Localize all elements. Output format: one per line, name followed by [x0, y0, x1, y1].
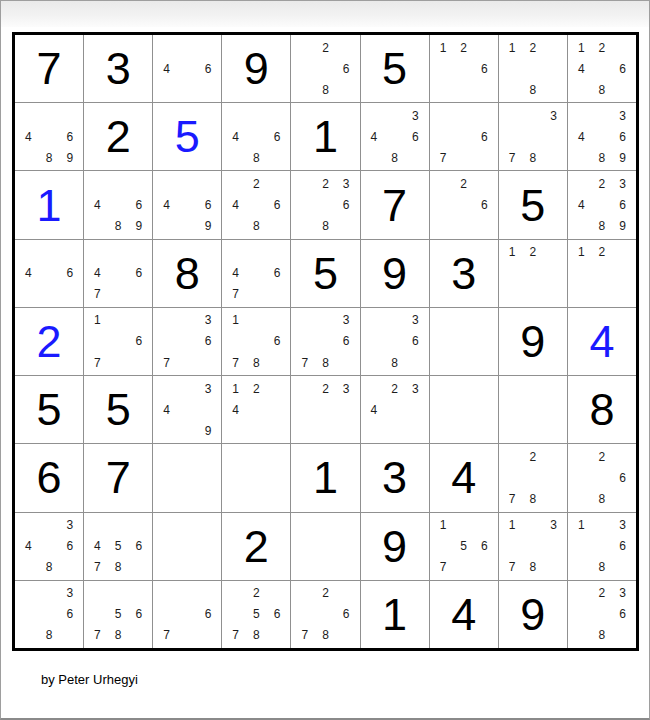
candidate-3: 3 — [59, 583, 80, 604]
candidate-4: 4 — [571, 195, 592, 216]
candidate-grid: 12 — [499, 240, 567, 307]
cell-r1c3[interactable]: 46 — [153, 35, 221, 102]
candidate-7: 7 — [433, 557, 454, 578]
cell-r2c3[interactable]: 5 — [153, 103, 221, 170]
candidate-3: 3 — [543, 105, 564, 126]
candidate-2: 2 — [315, 583, 336, 604]
given-digit: 5 — [313, 251, 338, 296]
candidate-grid: 278 — [499, 444, 567, 511]
placed-digit: 2 — [37, 319, 62, 364]
candidate-1: 1 — [502, 242, 523, 263]
candidate-6: 6 — [59, 263, 80, 284]
candidate-7: 7 — [502, 147, 523, 168]
author-credit: by Peter Urhegyi — [41, 672, 138, 687]
candidate-grid: 378 — [499, 103, 567, 170]
cell-r1c4[interactable]: 9 — [222, 35, 290, 102]
candidate-grid: 128 — [499, 35, 567, 102]
cell-r8c1[interactable]: 3468 — [15, 513, 83, 580]
cell-r2c7[interactable]: 67 — [430, 103, 498, 170]
candidate-grid: 368 — [361, 308, 429, 375]
candidate-grid: 234 — [361, 376, 429, 443]
cell-r7c4[interactable] — [222, 444, 290, 511]
cell-r1c8[interactable]: 128 — [499, 35, 567, 102]
candidate-grid: 67 — [153, 581, 221, 648]
candidate-3: 3 — [405, 310, 426, 331]
candidate-4: 4 — [225, 263, 246, 284]
candidate-8: 8 — [108, 557, 129, 578]
given-digit: 1 — [382, 592, 407, 637]
candidate-6: 6 — [612, 467, 633, 488]
candidate-grid: 368 — [15, 581, 83, 648]
candidate-grid: 467 — [222, 240, 290, 307]
candidate-1: 1 — [571, 37, 592, 58]
candidate-3: 3 — [612, 515, 633, 536]
candidate-6: 6 — [198, 604, 219, 625]
cell-r6c2[interactable]: 5 — [84, 376, 152, 443]
candidate-1: 1 — [433, 37, 454, 58]
candidate-8: 8 — [246, 625, 267, 646]
cell-r9c2[interactable]: 5678 — [84, 581, 152, 648]
window-top-bar — [1, 1, 649, 27]
given-digit: 9 — [520, 319, 545, 364]
candidate-1: 1 — [571, 242, 592, 263]
candidate-2: 2 — [592, 583, 613, 604]
cell-r5c3[interactable]: 367 — [153, 308, 221, 375]
cell-r4c4[interactable]: 467 — [222, 240, 290, 307]
candidate-grid: 3468 — [15, 513, 83, 580]
candidate-grid: 468 — [222, 103, 290, 170]
cell-r6c5[interactable]: 23 — [291, 376, 359, 443]
candidate-grid: 268 — [291, 35, 359, 102]
candidate-2: 2 — [592, 446, 613, 467]
given-digit: 6 — [37, 455, 62, 500]
cell-r7c8[interactable]: 278 — [499, 444, 567, 511]
candidate-4: 4 — [156, 195, 177, 216]
cell-r9c8[interactable]: 9 — [499, 581, 567, 648]
candidate-8: 8 — [246, 216, 267, 237]
candidate-grid: 67 — [430, 103, 498, 170]
cell-r7c5[interactable]: 1 — [291, 444, 359, 511]
cell-r6c9[interactable]: 8 — [568, 376, 636, 443]
cell-r7c1[interactable]: 6 — [15, 444, 83, 511]
given-digit: 9 — [520, 592, 545, 637]
cell-r9c4[interactable]: 25678 — [222, 581, 290, 648]
cell-r2c5[interactable]: 1 — [291, 103, 359, 170]
candidate-grid: 34689 — [568, 103, 636, 170]
cell-r1c6[interactable]: 5 — [361, 35, 429, 102]
candidate-6: 6 — [336, 331, 357, 352]
cell-r2c8[interactable]: 378 — [499, 103, 567, 170]
candidate-8: 8 — [522, 79, 543, 100]
candidate-3: 3 — [405, 378, 426, 399]
candidate-7: 7 — [433, 147, 454, 168]
candidate-3: 3 — [405, 105, 426, 126]
candidate-9: 9 — [129, 216, 150, 237]
given-digit: 1 — [313, 114, 338, 159]
cell-r1c2[interactable]: 3 — [84, 35, 152, 102]
candidate-4: 4 — [87, 263, 108, 284]
candidate-7: 7 — [225, 625, 246, 646]
candidate-6: 6 — [198, 331, 219, 352]
candidate-1: 1 — [433, 515, 454, 536]
candidate-grid: 367 — [153, 308, 221, 375]
candidate-3: 3 — [198, 310, 219, 331]
candidate-grid — [430, 376, 498, 443]
cell-r8c2[interactable]: 45678 — [84, 513, 152, 580]
candidate-3: 3 — [336, 173, 357, 194]
given-digit: 5 — [37, 387, 62, 432]
candidate-5: 5 — [108, 604, 129, 625]
given-digit: 9 — [382, 524, 407, 569]
sudoku-board: 7346926851261281246846892546813468673783… — [12, 32, 639, 651]
candidate-7: 7 — [502, 488, 523, 509]
candidate-grid: 25678 — [222, 581, 290, 648]
given-digit: 5 — [520, 183, 545, 228]
candidate-6: 6 — [129, 536, 150, 557]
candidate-1: 1 — [87, 310, 108, 331]
candidate-grid: 2368 — [568, 581, 636, 648]
candidate-3: 3 — [336, 310, 357, 331]
candidate-6: 6 — [336, 58, 357, 79]
cell-r6c4[interactable]: 124 — [222, 376, 290, 443]
candidate-8: 8 — [315, 216, 336, 237]
cell-r3c9[interactable]: 234689 — [568, 171, 636, 238]
candidate-3: 3 — [612, 583, 633, 604]
candidate-6: 6 — [405, 126, 426, 147]
cell-r8c6[interactable]: 9 — [361, 513, 429, 580]
candidate-8: 8 — [39, 625, 60, 646]
candidate-6: 6 — [405, 331, 426, 352]
candidate-grid: 268 — [568, 444, 636, 511]
given-digit: 3 — [451, 251, 476, 296]
cell-r8c4[interactable]: 2 — [222, 513, 290, 580]
candidate-8: 8 — [315, 352, 336, 373]
cell-r4c3[interactable]: 8 — [153, 240, 221, 307]
given-digit: 7 — [106, 455, 131, 500]
candidate-6: 6 — [129, 263, 150, 284]
cell-r3c5[interactable]: 2368 — [291, 171, 359, 238]
candidate-8: 8 — [384, 147, 405, 168]
cell-r9c6[interactable]: 1 — [361, 581, 429, 648]
cell-r3c4[interactable]: 2468 — [222, 171, 290, 238]
app-window: 7346926851261281246846892546813468673783… — [0, 0, 650, 720]
candidate-8: 8 — [39, 147, 60, 168]
candidate-6: 6 — [198, 195, 219, 216]
candidate-1: 1 — [225, 310, 246, 331]
candidate-grid: 167 — [84, 308, 152, 375]
candidate-4: 4 — [18, 126, 39, 147]
candidate-grid: 1567 — [430, 513, 498, 580]
candidate-3: 3 — [612, 105, 633, 126]
cell-r1c9[interactable]: 12468 — [568, 35, 636, 102]
candidate-6: 6 — [612, 195, 633, 216]
candidate-4: 4 — [225, 195, 246, 216]
given-digit: 4 — [451, 455, 476, 500]
candidate-5: 5 — [108, 536, 129, 557]
candidate-1: 1 — [502, 515, 523, 536]
candidate-3: 3 — [198, 378, 219, 399]
given-digit: 9 — [244, 46, 269, 91]
candidate-2: 2 — [453, 173, 474, 194]
candidate-6: 6 — [474, 195, 495, 216]
candidate-9: 9 — [612, 147, 633, 168]
cell-r8c5[interactable] — [291, 513, 359, 580]
candidate-2: 2 — [315, 37, 336, 58]
cell-r7c7[interactable]: 4 — [430, 444, 498, 511]
given-digit: 8 — [175, 251, 200, 296]
candidate-grid: 2368 — [291, 171, 359, 238]
candidate-9: 9 — [612, 216, 633, 237]
candidate-6: 6 — [59, 126, 80, 147]
candidate-grid: 1678 — [222, 308, 290, 375]
candidate-grid: 124 — [222, 376, 290, 443]
candidate-grid — [153, 444, 221, 511]
given-digit: 1 — [313, 455, 338, 500]
cell-r6c1[interactable]: 5 — [15, 376, 83, 443]
candidate-grid: 12 — [568, 240, 636, 307]
candidate-grid — [499, 376, 567, 443]
candidate-grid: 234689 — [568, 171, 636, 238]
candidate-grid: 3678 — [291, 308, 359, 375]
cell-r7c2[interactable]: 7 — [84, 444, 152, 511]
cell-r9c9[interactable]: 2368 — [568, 581, 636, 648]
candidate-8: 8 — [592, 625, 613, 646]
cell-r5c6[interactable]: 368 — [361, 308, 429, 375]
cell-r6c3[interactable]: 349 — [153, 376, 221, 443]
cell-r4c9[interactable]: 12 — [568, 240, 636, 307]
candidate-9: 9 — [198, 216, 219, 237]
candidate-4: 4 — [364, 126, 385, 147]
cell-r2c4[interactable]: 468 — [222, 103, 290, 170]
candidate-grid: 4689 — [15, 103, 83, 170]
candidate-6: 6 — [474, 58, 495, 79]
cell-r8c7[interactable]: 1567 — [430, 513, 498, 580]
given-digit: 5 — [382, 46, 407, 91]
candidate-9: 9 — [59, 147, 80, 168]
candidate-grid: 5678 — [84, 581, 152, 648]
candidate-6: 6 — [474, 536, 495, 557]
candidate-6: 6 — [267, 331, 288, 352]
candidate-4: 4 — [571, 126, 592, 147]
candidate-grid: 46 — [15, 240, 83, 307]
cell-r5c5[interactable]: 3678 — [291, 308, 359, 375]
cell-r3c1[interactable]: 1 — [15, 171, 83, 238]
candidate-2: 2 — [522, 37, 543, 58]
candidate-7: 7 — [156, 625, 177, 646]
given-digit: 3 — [106, 46, 131, 91]
cell-r7c6[interactable]: 3 — [361, 444, 429, 511]
candidate-grid: 46 — [153, 35, 221, 102]
candidate-4: 4 — [571, 58, 592, 79]
candidate-4: 4 — [87, 195, 108, 216]
candidate-7: 7 — [156, 352, 177, 373]
given-digit: 3 — [382, 455, 407, 500]
cell-r3c6[interactable]: 7 — [361, 171, 429, 238]
given-digit: 8 — [589, 387, 614, 432]
candidate-grid: 126 — [430, 35, 498, 102]
candidate-6: 6 — [59, 604, 80, 625]
cell-r2c1[interactable]: 4689 — [15, 103, 83, 170]
candidate-grid: 3468 — [361, 103, 429, 170]
cell-r7c3[interactable] — [153, 444, 221, 511]
candidate-2: 2 — [453, 37, 474, 58]
candidate-8: 8 — [592, 488, 613, 509]
candidate-grid: 45678 — [84, 513, 152, 580]
cell-r1c7[interactable]: 126 — [430, 35, 498, 102]
candidate-6: 6 — [198, 58, 219, 79]
cell-r9c1[interactable]: 368 — [15, 581, 83, 648]
candidate-grid — [291, 513, 359, 580]
cell-r5c2[interactable]: 167 — [84, 308, 152, 375]
candidate-4: 4 — [18, 263, 39, 284]
cell-r6c8[interactable] — [499, 376, 567, 443]
cell-r7c9[interactable]: 268 — [568, 444, 636, 511]
cell-r3c3[interactable]: 469 — [153, 171, 221, 238]
cell-r4c6[interactable]: 9 — [361, 240, 429, 307]
candidate-4: 4 — [225, 126, 246, 147]
candidate-3: 3 — [612, 173, 633, 194]
candidate-8: 8 — [522, 488, 543, 509]
candidate-6: 6 — [267, 126, 288, 147]
candidate-8: 8 — [39, 557, 60, 578]
cell-r4c7[interactable]: 3 — [430, 240, 498, 307]
candidate-7: 7 — [502, 557, 523, 578]
candidate-3: 3 — [543, 515, 564, 536]
candidate-5: 5 — [246, 604, 267, 625]
candidate-8: 8 — [522, 147, 543, 168]
cell-r8c8[interactable]: 1378 — [499, 513, 567, 580]
candidate-6: 6 — [129, 331, 150, 352]
given-digit: 7 — [37, 46, 62, 91]
given-digit: 5 — [106, 387, 131, 432]
candidate-3: 3 — [59, 515, 80, 536]
candidate-6: 6 — [336, 604, 357, 625]
candidate-7: 7 — [294, 625, 315, 646]
candidate-8: 8 — [592, 79, 613, 100]
candidate-4: 4 — [225, 399, 246, 420]
candidate-6: 6 — [129, 195, 150, 216]
candidate-grid — [430, 308, 498, 375]
cell-r2c9[interactable]: 34689 — [568, 103, 636, 170]
cell-r5c1[interactable]: 2 — [15, 308, 83, 375]
candidate-2: 2 — [522, 242, 543, 263]
candidate-grid: 23 — [291, 376, 359, 443]
cell-r4c1[interactable]: 46 — [15, 240, 83, 307]
cell-r4c5[interactable]: 5 — [291, 240, 359, 307]
cell-r3c8[interactable]: 5 — [499, 171, 567, 238]
candidate-grid: 469 — [153, 171, 221, 238]
candidate-grid — [153, 513, 221, 580]
cell-r9c3[interactable]: 67 — [153, 581, 221, 648]
candidate-7: 7 — [87, 352, 108, 373]
candidate-8: 8 — [246, 147, 267, 168]
candidate-6: 6 — [267, 195, 288, 216]
candidate-2: 2 — [315, 173, 336, 194]
cell-r3c7[interactable]: 26 — [430, 171, 498, 238]
cell-r1c5[interactable]: 268 — [291, 35, 359, 102]
candidate-4: 4 — [87, 536, 108, 557]
candidate-8: 8 — [592, 557, 613, 578]
candidate-7: 7 — [87, 557, 108, 578]
candidate-8: 8 — [315, 625, 336, 646]
placed-digit: 1 — [37, 183, 62, 228]
given-digit: 2 — [106, 114, 131, 159]
placed-digit: 5 — [175, 114, 200, 159]
cell-r5c4[interactable]: 1678 — [222, 308, 290, 375]
candidate-6: 6 — [612, 536, 633, 557]
cell-r5c7[interactable] — [430, 308, 498, 375]
candidate-6: 6 — [612, 604, 633, 625]
candidate-8: 8 — [315, 79, 336, 100]
candidate-grid: 2678 — [291, 581, 359, 648]
candidate-4: 4 — [156, 58, 177, 79]
cell-r9c5[interactable]: 2678 — [291, 581, 359, 648]
cell-r6c6[interactable]: 234 — [361, 376, 429, 443]
given-digit: 7 — [382, 183, 407, 228]
cell-r1c1[interactable]: 7 — [15, 35, 83, 102]
candidate-2: 2 — [384, 378, 405, 399]
candidate-2: 2 — [246, 378, 267, 399]
candidate-6: 6 — [129, 604, 150, 625]
cell-r5c8[interactable]: 9 — [499, 308, 567, 375]
cell-r4c8[interactable]: 12 — [499, 240, 567, 307]
candidate-grid: 1368 — [568, 513, 636, 580]
cell-r9c7[interactable]: 4 — [430, 581, 498, 648]
candidate-2: 2 — [592, 37, 613, 58]
candidate-3: 3 — [336, 378, 357, 399]
candidate-1: 1 — [502, 37, 523, 58]
cell-r3c2[interactable]: 4689 — [84, 171, 152, 238]
candidate-2: 2 — [592, 242, 613, 263]
candidate-2: 2 — [315, 378, 336, 399]
cell-r5c9[interactable]: 4 — [568, 308, 636, 375]
candidate-8: 8 — [592, 147, 613, 168]
candidate-9: 9 — [198, 420, 219, 441]
candidate-8: 8 — [522, 557, 543, 578]
cell-r6c7[interactable] — [430, 376, 498, 443]
candidate-grid: 349 — [153, 376, 221, 443]
candidate-2: 2 — [522, 446, 543, 467]
candidate-8: 8 — [108, 216, 129, 237]
given-digit: 4 — [451, 592, 476, 637]
candidate-7: 7 — [225, 284, 246, 305]
candidate-6: 6 — [267, 604, 288, 625]
cell-r4c2[interactable]: 467 — [84, 240, 152, 307]
candidate-6: 6 — [336, 195, 357, 216]
candidate-1: 1 — [225, 378, 246, 399]
candidate-7: 7 — [87, 625, 108, 646]
candidate-8: 8 — [384, 352, 405, 373]
candidate-4: 4 — [364, 399, 385, 420]
candidate-grid: 12468 — [568, 35, 636, 102]
cell-r8c9[interactable]: 1368 — [568, 513, 636, 580]
candidate-6: 6 — [612, 58, 633, 79]
candidate-6: 6 — [612, 126, 633, 147]
candidate-6: 6 — [267, 263, 288, 284]
candidate-6: 6 — [59, 536, 80, 557]
cell-r2c2[interactable]: 2 — [84, 103, 152, 170]
cell-r8c3[interactable] — [153, 513, 221, 580]
candidate-grid: 4689 — [84, 171, 152, 238]
candidate-1: 1 — [571, 515, 592, 536]
candidate-2: 2 — [592, 173, 613, 194]
candidate-7: 7 — [225, 352, 246, 373]
candidate-grid: 2468 — [222, 171, 290, 238]
cell-r2c6[interactable]: 3468 — [361, 103, 429, 170]
candidate-4: 4 — [156, 399, 177, 420]
given-digit: 2 — [244, 524, 269, 569]
candidate-2: 2 — [246, 583, 267, 604]
